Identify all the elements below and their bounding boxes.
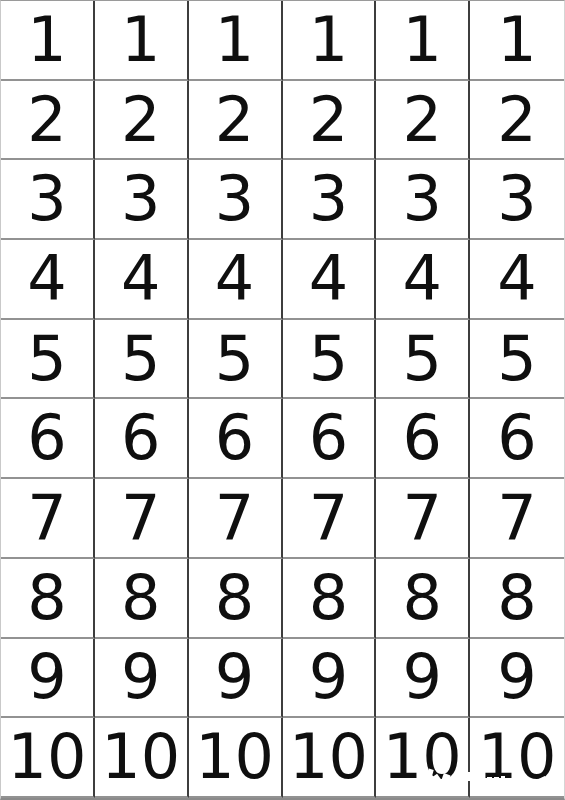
grid-cell: 3 — [470, 160, 564, 240]
grid-cell: 3 — [376, 160, 470, 240]
grid-cell: 4 — [95, 240, 189, 320]
grid-cell: 10 — [95, 718, 189, 798]
grid-cell: 2 — [189, 81, 283, 161]
grid-cell: 4 — [470, 240, 564, 320]
grid-cell: 4 — [1, 240, 95, 320]
grid-cell: 9 — [283, 639, 377, 719]
grid-cell: 1 — [470, 1, 564, 81]
grid-cell: 10 — [189, 718, 283, 798]
grid-cell: 8 — [95, 559, 189, 639]
grid-cell: 1 — [189, 1, 283, 81]
grid-cell: 7 — [1, 479, 95, 559]
grid-cell: 6 — [376, 399, 470, 479]
grid-cell: 5 — [470, 320, 564, 400]
grid-cell: 5 — [1, 320, 95, 400]
grid-cell: 10 — [470, 718, 564, 798]
watermark-remnant — [468, 772, 477, 781]
grid-cell: 7 — [189, 479, 283, 559]
grid-cell: 2 — [470, 81, 564, 161]
grid-cell: 6 — [283, 399, 377, 479]
grid-cell: 9 — [1, 639, 95, 719]
grid-cell: 7 — [376, 479, 470, 559]
grid-cell: 1 — [1, 1, 95, 81]
grid-cell: 9 — [95, 639, 189, 719]
grid-cell: 7 — [95, 479, 189, 559]
grid-cell: 8 — [1, 559, 95, 639]
grid-cell: 10 — [283, 718, 377, 798]
grid-cell: 3 — [95, 160, 189, 240]
grid-cell: 6 — [1, 399, 95, 479]
grid-cell: 4 — [376, 240, 470, 320]
grid-cell: 2 — [1, 81, 95, 161]
grid-cell: 5 — [283, 320, 377, 400]
grid-cell: 1 — [283, 1, 377, 81]
grid-cell: 8 — [283, 559, 377, 639]
grid-cell: 3 — [283, 160, 377, 240]
grid-cell: 1 — [95, 1, 189, 81]
grid-cell: 7 — [470, 479, 564, 559]
grid-cell: 4 — [189, 240, 283, 320]
grid-cell: 5 — [376, 320, 470, 400]
grid-cell: 3 — [189, 160, 283, 240]
grid-cell: 9 — [189, 639, 283, 719]
grid-cell: 8 — [189, 559, 283, 639]
grid-cell: 5 — [95, 320, 189, 400]
grid-cell: 4 — [283, 240, 377, 320]
grid-cell: 1 — [376, 1, 470, 81]
grid-cell: 2 — [95, 81, 189, 161]
grid-cell: 7 — [283, 479, 377, 559]
grid-cell: 9 — [376, 639, 470, 719]
grid-cell: 5 — [189, 320, 283, 400]
grid-cell: 3 — [1, 160, 95, 240]
grid-cell: 2 — [376, 81, 470, 161]
grid-cell: 8 — [470, 559, 564, 639]
grid-cell: 9 — [470, 639, 564, 719]
watermark-remnant — [487, 777, 492, 784]
grid-cell: 6 — [95, 399, 189, 479]
grid-cell: 6 — [470, 399, 564, 479]
watermark-remnant — [494, 777, 499, 784]
grid-cell: 10 — [376, 718, 470, 798]
grid-cell: 10 — [1, 718, 95, 798]
number-grid: 1111112222223333334444445555556666667777… — [0, 0, 565, 800]
watermark-remnant — [501, 776, 505, 783]
grid-cell: 8 — [376, 559, 470, 639]
grid-cell: 2 — [283, 81, 377, 161]
grid-cell: 6 — [189, 399, 283, 479]
